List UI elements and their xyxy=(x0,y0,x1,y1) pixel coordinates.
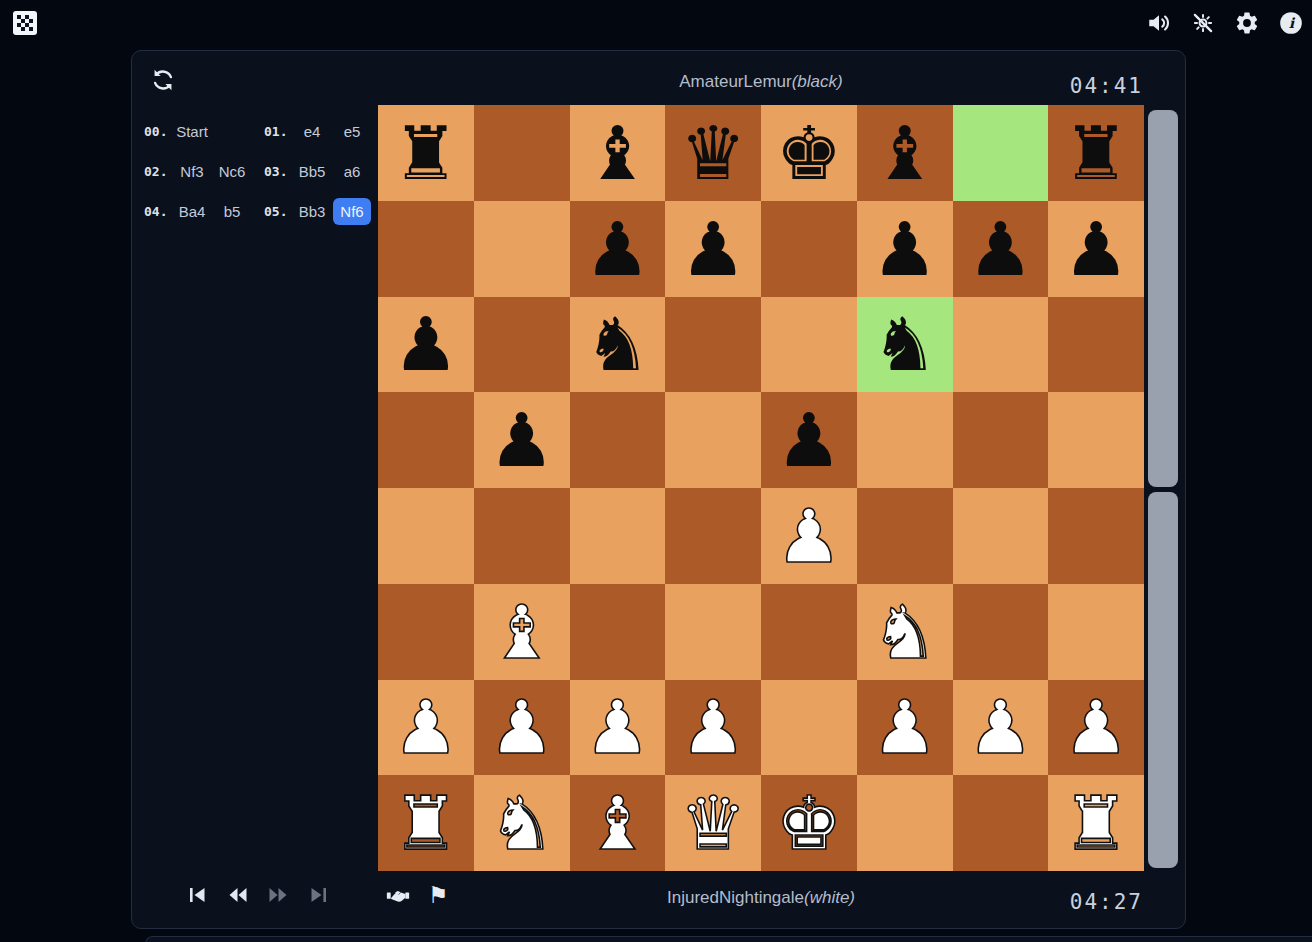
white-piece-K-e1: ♚ xyxy=(776,786,842,860)
black-piece-R-a8: ♜ xyxy=(393,116,459,190)
square-e4[interactable]: ♟ xyxy=(761,488,857,584)
square-e5[interactable]: ♟ xyxy=(761,392,857,488)
square-h3[interactable] xyxy=(1048,584,1144,680)
square-c7[interactable]: ♟ xyxy=(570,201,666,297)
square-h7[interactable]: ♟ xyxy=(1048,201,1144,297)
square-g5[interactable] xyxy=(953,392,1049,488)
scrollbar-thumb-top[interactable] xyxy=(1148,110,1178,487)
square-d3[interactable] xyxy=(665,584,761,680)
chess-board: ♜♝♛♚♝♜♟♟♟♟♟♟♞♞♟♟♟♝♞♟♟♟♟♟♟♟♜♞♝♛♚♜ xyxy=(378,105,1144,871)
top-player-name: AmateurLemur xyxy=(679,72,791,91)
square-a1[interactable]: ♜ xyxy=(378,775,474,871)
square-g2[interactable]: ♟ xyxy=(953,680,1049,776)
square-e7[interactable] xyxy=(761,201,857,297)
move-number: 05. xyxy=(264,204,292,219)
bottom-player-side: (white) xyxy=(804,888,855,907)
square-g7[interactable]: ♟ xyxy=(953,201,1049,297)
black-piece-P-c7: ♟ xyxy=(584,212,650,286)
square-a8[interactable]: ♜ xyxy=(378,105,474,201)
white-piece-P-f2: ♟ xyxy=(871,690,937,764)
white-piece-P-c2: ♟ xyxy=(584,690,650,764)
square-d6[interactable] xyxy=(665,297,761,393)
square-h6[interactable] xyxy=(1048,297,1144,393)
white-piece-B-b3: ♝ xyxy=(488,595,554,669)
move-cell-black[interactable]: Nc6 xyxy=(212,158,253,185)
move-cell-white[interactable]: Bb5 xyxy=(292,158,333,185)
white-piece-P-h2: ♟ xyxy=(1063,690,1129,764)
square-a3[interactable] xyxy=(378,584,474,680)
move-number: 02. xyxy=(144,164,172,179)
square-a2[interactable]: ♟ xyxy=(378,680,474,776)
square-b4[interactable] xyxy=(474,488,570,584)
square-h2[interactable]: ♟ xyxy=(1048,680,1144,776)
square-c5[interactable] xyxy=(570,392,666,488)
square-d1[interactable]: ♛ xyxy=(665,775,761,871)
square-f2[interactable]: ♟ xyxy=(857,680,953,776)
square-f6[interactable]: ♞ xyxy=(857,297,953,393)
square-f8[interactable]: ♝ xyxy=(857,105,953,201)
skip-to-start-icon[interactable] xyxy=(186,883,210,907)
square-d2[interactable]: ♟ xyxy=(665,680,761,776)
square-d5[interactable] xyxy=(665,392,761,488)
square-d7[interactable]: ♟ xyxy=(665,201,761,297)
square-f3[interactable]: ♞ xyxy=(857,584,953,680)
move-cell-white[interactable]: e4 xyxy=(296,118,328,145)
black-piece-P-e5: ♟ xyxy=(776,403,842,477)
square-a5[interactable] xyxy=(378,392,474,488)
white-piece-P-b2: ♟ xyxy=(488,690,554,764)
black-piece-P-h7: ♟ xyxy=(1063,212,1129,286)
white-piece-R-h1: ♜ xyxy=(1063,786,1129,860)
info-icon[interactable]: i xyxy=(1278,10,1304,36)
top-player-label: AmateurLemur(black) xyxy=(378,72,1144,92)
square-g1[interactable] xyxy=(953,775,1049,871)
topbar: i xyxy=(1146,10,1304,36)
scrollbar-thumb-bottom[interactable] xyxy=(1148,492,1178,868)
square-b7[interactable] xyxy=(474,201,570,297)
move-cell-white[interactable]: Ba4 xyxy=(172,198,213,225)
move-list: 00.Start01.e4e502.Nf3Nc603.Bb5a604.Ba4b5… xyxy=(144,111,372,231)
square-a7[interactable] xyxy=(378,201,474,297)
move-number: 00. xyxy=(144,124,172,139)
square-e1[interactable]: ♚ xyxy=(761,775,857,871)
white-piece-N-b1: ♞ xyxy=(488,786,554,860)
black-piece-N-f6: ♞ xyxy=(871,307,937,381)
move-number: 01. xyxy=(264,124,292,139)
square-b3[interactable]: ♝ xyxy=(474,584,570,680)
square-g6[interactable] xyxy=(953,297,1049,393)
black-piece-R-h8: ♜ xyxy=(1063,116,1129,190)
flip-board-icon[interactable] xyxy=(150,67,176,93)
square-d4[interactable] xyxy=(665,488,761,584)
white-piece-P-a2: ♟ xyxy=(393,690,459,764)
square-f4[interactable] xyxy=(857,488,953,584)
black-piece-Q-d8: ♛ xyxy=(680,116,746,190)
move-number: 03. xyxy=(264,164,292,179)
white-piece-R-a1: ♜ xyxy=(393,786,459,860)
white-piece-P-e4: ♟ xyxy=(776,499,842,573)
effects-off-icon[interactable] xyxy=(1190,10,1216,36)
white-piece-N-f3: ♞ xyxy=(871,595,937,669)
white-piece-P-g2: ♟ xyxy=(967,690,1033,764)
black-piece-N-c6: ♞ xyxy=(584,307,650,381)
square-b2[interactable]: ♟ xyxy=(474,680,570,776)
black-piece-B-c8: ♝ xyxy=(584,116,650,190)
white-piece-Q-d1: ♛ xyxy=(680,786,746,860)
square-b8[interactable] xyxy=(474,105,570,201)
settings-gear-icon[interactable] xyxy=(1234,10,1260,36)
bottom-player-name: InjuredNightingale xyxy=(667,888,804,907)
white-piece-B-c1: ♝ xyxy=(584,786,650,860)
white-piece-P-d2: ♟ xyxy=(680,690,746,764)
move-cell-black[interactable]: Nf6 xyxy=(333,198,370,225)
fast-forward-icon[interactable] xyxy=(266,883,290,907)
next-panel-edge xyxy=(145,936,1312,942)
top-player-clock: 04:41 xyxy=(1070,74,1143,98)
square-f7[interactable]: ♟ xyxy=(857,201,953,297)
bottom-player-clock: 04:27 xyxy=(1070,890,1143,914)
move-cell-white[interactable]: Nf3 xyxy=(173,158,210,185)
square-c6[interactable]: ♞ xyxy=(570,297,666,393)
square-f5[interactable] xyxy=(857,392,953,488)
square-g8[interactable] xyxy=(953,105,1049,201)
square-e8[interactable]: ♚ xyxy=(761,105,857,201)
square-c1[interactable]: ♝ xyxy=(570,775,666,871)
square-h5[interactable] xyxy=(1048,392,1144,488)
move-cell-white[interactable]: Bb3 xyxy=(292,198,333,225)
square-a4[interactable] xyxy=(378,488,474,584)
black-piece-P-d7: ♟ xyxy=(680,212,746,286)
black-piece-P-g7: ♟ xyxy=(967,212,1033,286)
square-b6[interactable] xyxy=(474,297,570,393)
square-g3[interactable] xyxy=(953,584,1049,680)
top-player-side: (black) xyxy=(792,72,843,91)
square-b1[interactable]: ♞ xyxy=(474,775,570,871)
move-cell-black xyxy=(216,126,248,136)
app-logo-checkerboard-icon[interactable] xyxy=(13,11,37,35)
skip-to-end-icon[interactable] xyxy=(306,883,330,907)
square-e6[interactable] xyxy=(761,297,857,393)
square-e3[interactable] xyxy=(761,584,857,680)
black-piece-K-e8: ♚ xyxy=(776,116,842,190)
square-c8[interactable]: ♝ xyxy=(570,105,666,201)
square-c4[interactable] xyxy=(570,488,666,584)
square-c3[interactable] xyxy=(570,584,666,680)
black-piece-B-f8: ♝ xyxy=(871,116,937,190)
square-b5[interactable]: ♟ xyxy=(474,392,570,488)
square-h8[interactable]: ♜ xyxy=(1048,105,1144,201)
volume-icon[interactable] xyxy=(1146,10,1172,36)
black-piece-P-b5: ♟ xyxy=(488,403,554,477)
game-panel: AmateurLemur(black) 04:41 00.Start01.e4e… xyxy=(131,50,1186,929)
square-h4[interactable] xyxy=(1048,488,1144,584)
black-piece-P-a6: ♟ xyxy=(393,307,459,381)
square-f1[interactable] xyxy=(857,775,953,871)
black-piece-P-f7: ♟ xyxy=(871,212,937,286)
square-c2[interactable]: ♟ xyxy=(570,680,666,776)
move-cell-black[interactable]: b5 xyxy=(216,198,248,225)
move-cell-white[interactable]: Start xyxy=(169,118,215,145)
move-cell-black[interactable]: a6 xyxy=(336,158,368,185)
move-number: 04. xyxy=(144,204,172,219)
square-d8[interactable]: ♛ xyxy=(665,105,761,201)
rewind-icon[interactable] xyxy=(226,883,250,907)
square-h1[interactable]: ♜ xyxy=(1048,775,1144,871)
square-a6[interactable]: ♟ xyxy=(378,297,474,393)
square-g4[interactable] xyxy=(953,488,1049,584)
square-e2[interactable] xyxy=(761,680,857,776)
bottom-player-label: InjuredNightingale(white) xyxy=(378,888,1144,908)
move-cell-black[interactable]: e5 xyxy=(336,118,368,145)
board-scrollbar xyxy=(1148,110,1178,868)
